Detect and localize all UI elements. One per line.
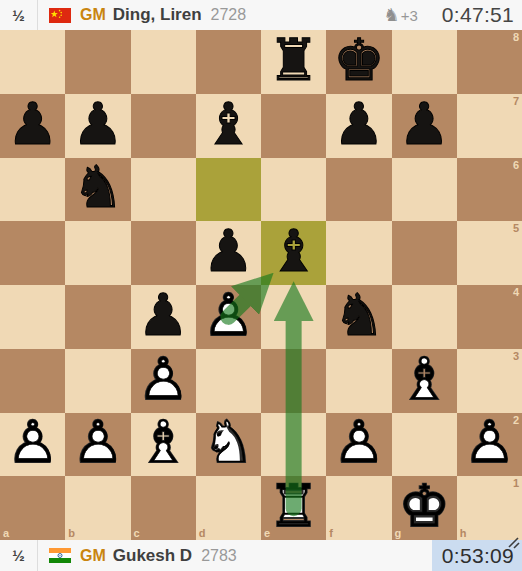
black-bishop-piece[interactable]: ♝ <box>261 221 326 285</box>
square-f5[interactable] <box>326 221 391 285</box>
top-player-title: GM <box>80 6 106 24</box>
file-coordinate-label: f <box>329 528 333 539</box>
square-e1[interactable]: ♜♖e <box>261 476 326 540</box>
square-f6[interactable] <box>326 158 391 222</box>
piece-fill: ♚ <box>333 31 385 89</box>
square-c2[interactable]: ♝♗ <box>131 413 196 477</box>
square-h8[interactable]: 8 <box>457 30 522 94</box>
square-d6[interactable] <box>196 158 261 222</box>
bar-divider <box>37 540 38 571</box>
bottom-player-rating: 2783 <box>201 547 237 565</box>
square-c6[interactable] <box>131 158 196 222</box>
board-grid[interactable]: ♜♚8♟♟♝♟♟7♞6♟♝5♟♟♙♞4♟♙♝♗3♟♙♟♙♝♗♞♘♟♙♟♙2abc… <box>0 30 522 540</box>
file-coordinate-label: d <box>199 528 206 539</box>
square-c1[interactable]: c <box>131 476 196 540</box>
piece-outline: ♙ <box>333 413 385 471</box>
white-knight-piece[interactable]: ♞♘ <box>196 413 261 477</box>
square-d2[interactable]: ♞♘ <box>196 413 261 477</box>
square-d3[interactable] <box>196 349 261 413</box>
file-coordinate-label: e <box>264 528 270 539</box>
square-f3[interactable] <box>326 349 391 413</box>
white-bishop-piece[interactable]: ♝♗ <box>131 413 196 477</box>
material-advantage: ♞+3 <box>384 6 418 24</box>
square-a2[interactable]: ♟♙ <box>0 413 65 477</box>
square-d4[interactable]: ♟♙ <box>196 285 261 349</box>
square-b4[interactable] <box>65 285 130 349</box>
chess-board[interactable]: ♜♚8♟♟♝♟♟7♞6♟♝5♟♟♙♞4♟♙♝♗3♟♙♟♙♝♗♞♘♟♙♟♙2abc… <box>0 30 522 540</box>
square-h5[interactable]: 5 <box>457 221 522 285</box>
square-d5[interactable]: ♟ <box>196 221 261 285</box>
piece-fill: ♟ <box>7 94 59 152</box>
square-a5[interactable] <box>0 221 65 285</box>
square-b8[interactable] <box>65 30 130 94</box>
square-e6[interactable] <box>261 158 326 222</box>
black-pawn-piece[interactable]: ♟ <box>65 94 130 158</box>
piece-outline: ♙ <box>202 286 254 344</box>
square-f4[interactable]: ♞ <box>326 285 391 349</box>
file-coordinate-label: c <box>134 528 140 539</box>
file-coordinate-label: g <box>395 528 402 539</box>
white-pawn-piece[interactable]: ♟♙ <box>326 413 391 477</box>
square-b2[interactable]: ♟♙ <box>65 413 130 477</box>
file-coordinate-label: b <box>68 528 75 539</box>
piece-fill: ♟ <box>137 286 189 344</box>
square-g2[interactable] <box>392 413 457 477</box>
chess-broadcast-app: ½ GM Ding, Liren 2728 ♞+3 0:47:51 ♜♚8♟♟♝… <box>0 0 522 571</box>
square-a8[interactable] <box>0 30 65 94</box>
square-b3[interactable] <box>65 349 130 413</box>
rank-coordinate-label: 7 <box>513 96 519 107</box>
square-h2[interactable]: ♟♙2 <box>457 413 522 477</box>
white-pawn-piece[interactable]: ♟♙ <box>131 349 196 413</box>
white-pawn-piece[interactable]: ♟♙ <box>0 413 65 477</box>
black-pawn-piece[interactable]: ♟ <box>0 94 65 158</box>
india-flag-icon <box>49 548 71 563</box>
black-pawn-piece[interactable]: ♟ <box>392 94 457 158</box>
square-g8[interactable] <box>392 30 457 94</box>
rank-coordinate-label: 3 <box>513 351 519 362</box>
square-e5[interactable]: ♝ <box>261 221 326 285</box>
square-f8[interactable]: ♚ <box>326 30 391 94</box>
piece-outline: ♖ <box>268 477 320 535</box>
piece-outline: ♙ <box>7 413 59 471</box>
piece-fill: ♟ <box>202 222 254 280</box>
square-h3[interactable]: 3 <box>457 349 522 413</box>
top-player-clock: 0:47:51 <box>432 0 522 30</box>
piece-fill: ♟ <box>398 94 450 152</box>
top-player-right-group: ♞+3 0:47:51 <box>384 0 522 30</box>
square-b6[interactable]: ♞ <box>65 158 130 222</box>
top-player-rating: 2728 <box>211 6 247 24</box>
square-f2[interactable]: ♟♙ <box>326 413 391 477</box>
top-player-bar: ½ GM Ding, Liren 2728 ♞+3 0:47:51 <box>0 0 522 30</box>
square-g1[interactable]: ♚♔g <box>392 476 457 540</box>
square-d7[interactable]: ♝ <box>196 94 261 158</box>
square-e7[interactable] <box>261 94 326 158</box>
piece-fill: ♟ <box>72 94 124 152</box>
material-advantage-value: +3 <box>401 7 418 24</box>
square-c5[interactable] <box>131 221 196 285</box>
top-player-score: ½ <box>0 7 37 24</box>
piece-outline: ♙ <box>463 413 515 471</box>
board-resize-handle[interactable] <box>505 534 521 550</box>
square-h4[interactable]: 4 <box>457 285 522 349</box>
rank-coordinate-label: 5 <box>513 223 519 234</box>
piece-outline: ♗ <box>398 349 450 407</box>
black-pawn-piece[interactable]: ♟ <box>131 285 196 349</box>
square-h6[interactable]: 6 <box>457 158 522 222</box>
square-a6[interactable] <box>0 158 65 222</box>
square-c7[interactable] <box>131 94 196 158</box>
black-king-piece[interactable]: ♚ <box>326 30 391 94</box>
piece-outline: ♙ <box>72 413 124 471</box>
square-c8[interactable] <box>131 30 196 94</box>
square-e3[interactable] <box>261 349 326 413</box>
rank-coordinate-label: 4 <box>513 287 519 298</box>
square-a3[interactable] <box>0 349 65 413</box>
black-bishop-piece[interactable]: ♝ <box>196 94 261 158</box>
rank-coordinate-label: 8 <box>513 32 519 43</box>
last-move-highlight <box>196 158 261 222</box>
bottom-player-score: ½ <box>0 547 37 564</box>
bar-divider <box>37 0 38 30</box>
file-coordinate-label: a <box>3 528 9 539</box>
white-rook-piece[interactable]: ♜♖ <box>261 476 326 540</box>
square-h7[interactable]: 7 <box>457 94 522 158</box>
square-d1[interactable]: d <box>196 476 261 540</box>
square-b5[interactable] <box>65 221 130 285</box>
white-pawn-piece[interactable]: ♟♙ <box>65 413 130 477</box>
square-a1[interactable]: a <box>0 476 65 540</box>
file-coordinate-label: h <box>460 528 467 539</box>
square-g7[interactable]: ♟ <box>392 94 457 158</box>
piece-fill: ♝ <box>268 222 320 280</box>
square-g4[interactable] <box>392 285 457 349</box>
rank-coordinate-label: 1 <box>513 478 519 489</box>
square-c4[interactable]: ♟ <box>131 285 196 349</box>
white-king-piece[interactable]: ♚♔ <box>392 476 457 540</box>
piece-fill: ♝ <box>202 94 254 152</box>
white-pawn-piece[interactable]: ♟♙ <box>196 285 261 349</box>
piece-fill: ♜ <box>268 31 320 89</box>
square-g3[interactable]: ♝♗ <box>392 349 457 413</box>
top-player-name[interactable]: Ding, Liren <box>113 5 202 25</box>
square-e8[interactable]: ♜ <box>261 30 326 94</box>
piece-fill: ♞ <box>333 286 385 344</box>
black-knight-piece[interactable]: ♞ <box>65 158 130 222</box>
square-e2[interactable] <box>261 413 326 477</box>
square-b7[interactable]: ♟ <box>65 94 130 158</box>
rank-coordinate-label: 6 <box>513 160 519 171</box>
square-d8[interactable] <box>196 30 261 94</box>
piece-outline: ♘ <box>202 413 254 471</box>
black-pawn-piece[interactable]: ♟ <box>326 94 391 158</box>
piece-fill: ♟ <box>333 94 385 152</box>
black-knight-piece[interactable]: ♞ <box>326 285 391 349</box>
piece-outline: ♔ <box>398 477 450 535</box>
china-flag-icon <box>49 8 71 23</box>
black-rook-piece[interactable]: ♜ <box>261 30 326 94</box>
square-a4[interactable] <box>0 285 65 349</box>
square-b1[interactable]: b <box>65 476 130 540</box>
bottom-player-bar: ½ GM Gukesh D 2783 0:53:09 <box>0 540 522 571</box>
knight-icon: ♞ <box>384 6 400 24</box>
square-g6[interactable] <box>392 158 457 222</box>
black-pawn-piece[interactable]: ♟ <box>196 221 261 285</box>
rank-coordinate-label: 2 <box>513 415 519 426</box>
square-f1[interactable]: f <box>326 476 391 540</box>
piece-outline: ♙ <box>137 349 189 407</box>
square-h1[interactable]: 1h <box>457 476 522 540</box>
white-bishop-piece[interactable]: ♝♗ <box>392 349 457 413</box>
square-a7[interactable]: ♟ <box>0 94 65 158</box>
bottom-player-title: GM <box>80 547 106 565</box>
bottom-player-name[interactable]: Gukesh D <box>113 546 192 566</box>
piece-outline: ♗ <box>137 413 189 471</box>
square-e4[interactable] <box>261 285 326 349</box>
square-c3[interactable]: ♟♙ <box>131 349 196 413</box>
square-g5[interactable] <box>392 221 457 285</box>
square-f7[interactable]: ♟ <box>326 94 391 158</box>
piece-fill: ♞ <box>72 158 124 216</box>
